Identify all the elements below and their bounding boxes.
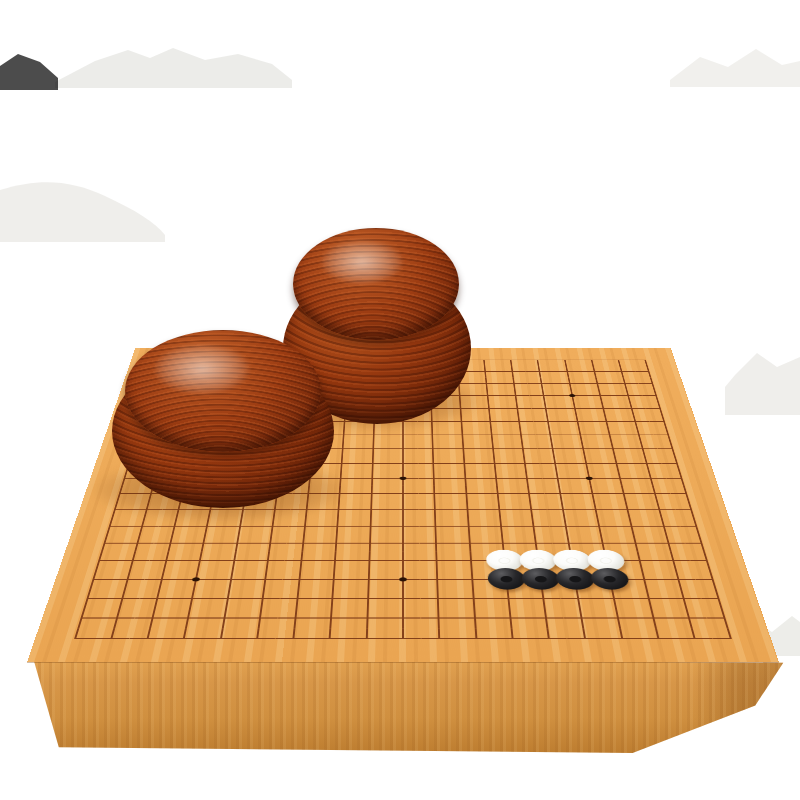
intersection-M7 (451, 518, 485, 535)
intersection-J8 (354, 502, 387, 518)
intersection-Q16 (557, 389, 588, 402)
intersection-R4 (625, 570, 664, 589)
intersection-N2 (492, 608, 530, 628)
intersection-T10 (664, 471, 700, 486)
intersection-P7 (548, 518, 583, 535)
intersection-S19 (604, 354, 634, 365)
intersection-R2 (633, 608, 674, 628)
intersection-N4: ● (488, 570, 524, 589)
intersection-S8 (641, 502, 677, 518)
intersection-T3 (698, 589, 739, 608)
intersection-L12 (418, 442, 448, 456)
intersection-S4 (659, 570, 699, 589)
intersection-Q13 (564, 428, 596, 442)
intersection-B5 (113, 552, 152, 570)
intersection-J5 (352, 552, 386, 570)
intersection-Q18 (552, 366, 582, 378)
intersection-H2 (313, 608, 350, 628)
intersection-S14 (619, 415, 652, 428)
intersection-R5 (621, 552, 659, 570)
intersection-N14 (475, 415, 505, 428)
black-stone-O4: ● (521, 568, 561, 590)
intersection-N18 (471, 366, 500, 378)
black-stone-P4: ● (555, 568, 596, 590)
intersection-K1 (385, 628, 422, 649)
intersection-R8 (610, 502, 646, 518)
intersection-L2 (421, 608, 457, 628)
intersection-O15 (502, 402, 532, 415)
intersection-O2 (527, 608, 566, 628)
intersection-R15 (587, 402, 619, 415)
intersection-M10 (449, 471, 481, 486)
intersection-Q1 (602, 628, 643, 649)
intersection-N12 (477, 442, 508, 456)
intersection-Q11 (569, 456, 602, 471)
intersection-D2 (168, 608, 208, 628)
intersection-F5 (249, 552, 285, 570)
intersection-P2 (562, 608, 601, 628)
intersection-T16 (641, 389, 673, 402)
intersection-H4 (316, 570, 352, 589)
intersection-G2 (277, 608, 315, 628)
intersection-M2 (456, 608, 493, 628)
intersection-F1 (237, 628, 276, 649)
intersection-L8 (419, 502, 452, 518)
intersection-K5 (386, 552, 420, 570)
intersection-C2 (132, 608, 173, 628)
intersection-D5 (181, 552, 219, 570)
intersection-L7 (419, 518, 452, 535)
intersection-R14 (590, 415, 622, 428)
intersection-S6 (650, 535, 688, 552)
intersection-S3 (664, 589, 704, 608)
intersection-S15 (616, 402, 648, 415)
intersection-T17 (637, 377, 668, 389)
intersection-C5 (147, 552, 185, 570)
intersection-O1 (529, 628, 568, 649)
intersection-Q4: ● (591, 570, 629, 589)
intersection-D6 (185, 535, 222, 552)
intersection-T2 (704, 608, 746, 628)
intersection-L4 (420, 570, 455, 589)
intersection-R9 (606, 486, 641, 502)
intersection-E4 (212, 570, 250, 589)
intersection-Q9 (575, 486, 610, 502)
intersection-N3 (490, 589, 527, 608)
go-board-front-face (27, 658, 784, 753)
intersection-P18 (525, 366, 554, 378)
intersection-T14 (648, 415, 681, 428)
intersection-P16 (529, 389, 559, 402)
intersection-T6 (683, 535, 722, 552)
intersection-P17 (527, 377, 557, 389)
intersection-P9 (544, 486, 578, 502)
intersection-Q2 (598, 608, 638, 628)
intersection-S7 (645, 518, 682, 535)
intersection-L1 (421, 628, 458, 649)
intersection-S16 (613, 389, 645, 402)
intersection-B6 (118, 535, 156, 552)
intersection-M3 (455, 589, 491, 608)
intersection-K8 (387, 502, 419, 518)
intersection-K10 (387, 471, 418, 486)
intersection-J4 (351, 570, 386, 589)
intersection-R11 (599, 456, 633, 471)
intersection-B7 (123, 518, 160, 535)
intersection-O17 (499, 377, 528, 389)
intersection-Q15 (559, 402, 590, 415)
intersection-N17 (472, 377, 501, 389)
intersection-B3 (102, 589, 142, 608)
intersection-O4: ● (522, 570, 559, 589)
intersection-P14 (533, 415, 564, 428)
intersection-A7 (90, 518, 128, 535)
intersection-O9 (512, 486, 546, 502)
intersection-A3 (67, 589, 108, 608)
intersection-R10 (603, 471, 638, 486)
intersection-H1 (311, 628, 349, 649)
intersection-R19 (577, 354, 607, 365)
intersection-C1 (127, 628, 168, 649)
intersection-R18 (579, 366, 609, 378)
intersection-N1 (493, 628, 532, 649)
go-set-product-photo: ○○○○●●●● (0, 0, 800, 800)
intersection-C6 (152, 535, 189, 552)
intersection-J1 (348, 628, 385, 649)
intersection-P4: ● (557, 570, 595, 589)
intersection-O13 (505, 428, 536, 442)
intersection-Q17 (554, 377, 584, 389)
intersection-J13 (358, 428, 388, 442)
intersection-O18 (498, 366, 527, 378)
intersection-K9 (387, 486, 419, 502)
intersection-T15 (644, 402, 677, 415)
intersection-Q7 (581, 518, 617, 535)
intersection-T8 (673, 502, 710, 518)
intersection-S10 (633, 471, 668, 486)
intersection-L6 (419, 535, 453, 552)
intersection-Q12 (567, 442, 600, 456)
intersection-N11 (479, 456, 511, 471)
intersection-M11 (448, 456, 479, 471)
intersection-O7 (516, 518, 551, 535)
intersection-M13 (447, 428, 477, 442)
intersection-H7 (321, 518, 355, 535)
intersection-E1 (200, 628, 240, 649)
intersection-N9 (481, 486, 514, 502)
intersection-H3 (314, 589, 350, 608)
intersection-G7 (288, 518, 322, 535)
intersection-G4 (281, 570, 317, 589)
rear-bowl-highlight (321, 240, 403, 284)
intersection-S2 (669, 608, 710, 628)
intersection-A5 (79, 552, 118, 570)
intersection-L5 (420, 552, 454, 570)
intersection-K6 (386, 535, 420, 552)
intersection-O8 (514, 502, 548, 518)
intersection-M12 (448, 442, 479, 456)
intersection-N19 (470, 354, 498, 365)
intersection-K12 (388, 442, 418, 456)
intersection-F3 (244, 589, 282, 608)
intersection-T13 (652, 428, 686, 442)
intersection-R6 (617, 535, 654, 552)
intersection-T18 (634, 366, 665, 378)
intersection-K13 (388, 428, 418, 442)
intersection-S13 (623, 428, 656, 442)
intersection-N7 (484, 518, 518, 535)
intersection-Q19 (550, 354, 579, 365)
intersection-P12 (537, 442, 569, 456)
intersection-B2 (96, 608, 137, 628)
intersection-T9 (669, 486, 705, 502)
front-bowl-highlight (154, 344, 250, 394)
intersection-F6 (252, 535, 288, 552)
intersection-N10 (480, 471, 513, 486)
intersection-P15 (531, 402, 562, 415)
intersection-R3 (629, 589, 669, 608)
intersection-C3 (137, 589, 177, 608)
intersection-F4 (247, 570, 284, 589)
intersection-P8 (546, 502, 581, 518)
intersection-S9 (637, 486, 673, 502)
black-stone-N4: ● (487, 568, 526, 590)
intersection-T4 (693, 570, 733, 589)
intersection-T11 (660, 456, 695, 471)
intersection-S5 (654, 552, 693, 570)
intersection-N8 (482, 502, 516, 518)
intersection-A2 (60, 608, 102, 628)
intersection-J6 (353, 535, 387, 552)
intersection-G3 (279, 589, 316, 608)
intersection-T7 (678, 518, 716, 535)
intersection-J9 (355, 486, 387, 502)
intersection-H5 (318, 552, 353, 570)
intersection-L13 (418, 428, 448, 442)
intersection-K2 (385, 608, 421, 628)
intersection-T5 (688, 552, 727, 570)
intersection-O19 (497, 354, 525, 365)
intersection-O11 (509, 456, 541, 471)
intersection-C4 (142, 570, 181, 589)
intersection-K7 (387, 518, 420, 535)
intersection-R12 (596, 442, 629, 456)
intersection-S1 (674, 628, 716, 649)
intersection-S12 (626, 442, 660, 456)
intersection-T19 (630, 354, 660, 365)
intersection-R13 (593, 428, 626, 442)
intersection-H6 (319, 535, 353, 552)
intersection-P10 (541, 471, 575, 486)
intersection-M9 (450, 486, 483, 502)
intersection-A6 (85, 535, 124, 552)
intersection-P11 (539, 456, 572, 471)
intersection-T1 (710, 628, 753, 649)
intersection-M8 (451, 502, 484, 518)
intersection-R16 (585, 389, 616, 402)
intersection-D4 (177, 570, 215, 589)
intersection-E2 (204, 608, 243, 628)
intersection-L10 (418, 471, 450, 486)
intersection-L3 (420, 589, 456, 608)
intersection-M5 (453, 552, 488, 570)
intersection-J2 (349, 608, 385, 628)
intersection-J3 (350, 589, 386, 608)
intersection-O3 (525, 589, 563, 608)
intersection-G6 (286, 535, 321, 552)
intersection-L9 (419, 486, 451, 502)
intersection-S17 (609, 377, 640, 389)
intersection-J7 (354, 518, 387, 535)
intersection-O16 (501, 389, 531, 402)
intersection-E5 (215, 552, 252, 570)
intersection-O10 (511, 471, 544, 486)
intersection-S18 (606, 366, 637, 378)
intersection-Q14 (561, 415, 593, 428)
intersection-M1 (457, 628, 495, 649)
intersection-A4 (73, 570, 113, 589)
intersection-N13 (476, 428, 507, 442)
intersection-E3 (208, 589, 246, 608)
intersection-M6 (452, 535, 486, 552)
intersection-R1 (638, 628, 679, 649)
intersection-Q8 (578, 502, 613, 518)
intersection-F2 (241, 608, 280, 628)
intersection-M4 (454, 570, 490, 589)
intersection-K4 (386, 570, 421, 589)
intersection-J12 (358, 442, 388, 456)
intersection-B1 (90, 628, 132, 649)
intersection-R17 (582, 377, 613, 389)
intersection-P13 (535, 428, 567, 442)
intersection-L11 (418, 456, 449, 471)
intersection-G1 (274, 628, 313, 649)
intersection-K11 (388, 456, 419, 471)
intersection-P19 (523, 354, 552, 365)
intersection-G5 (284, 552, 320, 570)
intersection-B4 (108, 570, 148, 589)
intersection-E6 (219, 535, 255, 552)
intersection-S11 (630, 456, 664, 471)
intersection-D1 (164, 628, 205, 649)
intersection-O14 (504, 415, 535, 428)
intersection-J11 (357, 456, 388, 471)
go-stone-bowl-front (112, 330, 334, 508)
intersection-Q10 (572, 471, 606, 486)
intersection-P1 (565, 628, 605, 649)
intersection-R7 (613, 518, 650, 535)
intersection-P3 (559, 589, 597, 608)
intersection-Q3 (594, 589, 633, 608)
intersection-K3 (385, 589, 420, 608)
intersection-J10 (356, 471, 388, 486)
intersection-T12 (656, 442, 690, 456)
intersection-O12 (507, 442, 539, 456)
intersection-D3 (173, 589, 212, 608)
